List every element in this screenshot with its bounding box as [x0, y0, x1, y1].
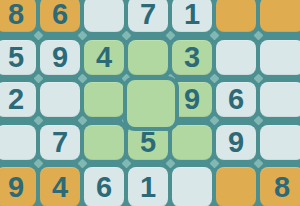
cell-r2c5[interactable]: 3: [172, 40, 212, 75]
cell-r5c5[interactable]: [172, 167, 212, 206]
cell-r5c4[interactable]: 1: [128, 167, 168, 206]
cell-r5c6[interactable]: [216, 167, 256, 206]
grid-intersection-dot: [253, 116, 263, 126]
cell-r1c3[interactable]: [84, 0, 124, 32]
cell-r4c2[interactable]: 7: [40, 125, 80, 160]
grid-intersection-dot: [253, 31, 263, 41]
cell-r3c1[interactable]: 2: [0, 82, 36, 117]
cell-r2c1[interactable]: 5: [0, 40, 36, 75]
grid-intersection-dot: [33, 158, 43, 168]
grid-intersection-dot: [33, 31, 43, 41]
cell-r4c6[interactable]: 9: [216, 125, 256, 160]
cell-r4c7[interactable]: [260, 125, 300, 160]
grid-intersection-dot: [77, 73, 87, 83]
grid-intersection-dot: [209, 158, 219, 168]
selected-cell[interactable]: [123, 76, 179, 131]
cell-r1c6[interactable]: [216, 0, 256, 32]
grid-intersection-dot: [77, 31, 87, 41]
grid-intersection-dot: [253, 73, 263, 83]
cell-r5c7[interactable]: 8: [260, 167, 300, 206]
cell-r2c3[interactable]: 4: [84, 40, 124, 75]
cell-r1c7[interactable]: [260, 0, 300, 32]
grid-intersection-dot: [33, 73, 43, 83]
cell-r2c7[interactable]: [260, 40, 300, 75]
grid-intersection-dot: [121, 158, 131, 168]
cell-r4c5[interactable]: [172, 125, 212, 160]
cell-r4c1[interactable]: [0, 125, 36, 160]
cell-r3c6[interactable]: 6: [216, 82, 256, 117]
grid-intersection-dot: [165, 158, 175, 168]
grid-intersection-dot: [77, 158, 87, 168]
grid-intersection-dot: [33, 116, 43, 126]
cell-r3c3[interactable]: [84, 82, 124, 117]
grid-intersection-dot: [165, 31, 175, 41]
sudoku-board: 8671594329675994618: [0, 0, 300, 206]
cell-r5c3[interactable]: 6: [84, 167, 124, 206]
cell-r2c4[interactable]: [128, 40, 168, 75]
cell-r4c3[interactable]: [84, 125, 124, 160]
cell-r2c6[interactable]: [216, 40, 256, 75]
grid-intersection-dot: [209, 73, 219, 83]
grid-intersection-dot: [121, 31, 131, 41]
cell-r3c7[interactable]: [260, 82, 300, 117]
cell-r1c2[interactable]: 6: [40, 0, 80, 32]
cell-r5c2[interactable]: 4: [40, 167, 80, 206]
cell-r1c1[interactable]: 8: [0, 0, 36, 32]
grid-intersection-dot: [77, 116, 87, 126]
grid-intersection-dot: [253, 158, 263, 168]
grid-intersection-dot: [209, 116, 219, 126]
cell-r5c1[interactable]: 9: [0, 167, 36, 206]
grid-intersection-dot: [209, 31, 219, 41]
cell-r3c2[interactable]: [40, 82, 80, 117]
cell-r1c4[interactable]: 7: [128, 0, 168, 32]
cell-r2c2[interactable]: 9: [40, 40, 80, 75]
cell-r1c5[interactable]: 1: [172, 0, 212, 32]
